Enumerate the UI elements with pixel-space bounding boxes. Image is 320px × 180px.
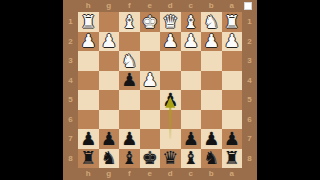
piece-black-bishop: ♝: [119, 149, 140, 169]
square-a2[interactable]: ♟: [222, 32, 243, 52]
board-squares: ♜♝♚♛♝♞♜♟♟♟♟♟♟♞♟♟♟♟♟♟♟♟♟♜♞♝♚♛♝♞♜: [78, 12, 242, 168]
file-label-e: e: [140, 168, 161, 180]
rank-label-4: 4: [242, 71, 257, 91]
video-frame: hgfedcba hgfedcba 12345678 12345678 ♜♝♚♛…: [0, 0, 320, 180]
piece-black-queen: ♛: [160, 149, 181, 169]
square-h4[interactable]: [78, 71, 99, 91]
square-g5[interactable]: [99, 90, 120, 110]
file-label-g: g: [99, 0, 120, 12]
piece-white-knight: ♞: [201, 12, 222, 32]
square-h3[interactable]: [78, 51, 99, 71]
square-c5[interactable]: [181, 90, 202, 110]
square-h2[interactable]: ♟: [78, 32, 99, 52]
square-b7[interactable]: ♟: [201, 129, 222, 149]
square-e5[interactable]: [140, 90, 161, 110]
piece-white-pawn: ♟: [78, 32, 99, 52]
square-b6[interactable]: [201, 110, 222, 130]
rank-label-8: 8: [63, 149, 78, 169]
file-label-f: f: [119, 168, 140, 180]
square-g2[interactable]: ♟: [99, 32, 120, 52]
rank-label-8: 8: [242, 149, 257, 169]
square-a5[interactable]: [222, 90, 243, 110]
piece-black-bishop: ♝: [181, 149, 202, 169]
square-g6[interactable]: [99, 110, 120, 130]
file-label-h: h: [78, 168, 99, 180]
square-f7[interactable]: ♟: [119, 129, 140, 149]
square-f4[interactable]: ♟: [119, 71, 140, 91]
piece-black-knight: ♞: [99, 149, 120, 169]
square-c3[interactable]: [181, 51, 202, 71]
square-c6[interactable]: [181, 110, 202, 130]
rank-label-1: 1: [242, 12, 257, 32]
square-a3[interactable]: [222, 51, 243, 71]
square-d5[interactable]: ♟: [160, 90, 181, 110]
piece-black-pawn: ♟: [160, 90, 181, 110]
square-b1[interactable]: ♞: [201, 12, 222, 32]
rank-label-3: 3: [242, 51, 257, 71]
square-g7[interactable]: ♟: [99, 129, 120, 149]
piece-black-pawn: ♟: [201, 129, 222, 149]
rank-label-3: 3: [63, 51, 78, 71]
piece-white-bishop: ♝: [181, 12, 202, 32]
square-d1[interactable]: ♛: [160, 12, 181, 32]
piece-black-pawn: ♟: [78, 129, 99, 149]
piece-black-rook: ♜: [78, 149, 99, 169]
square-e1[interactable]: ♚: [140, 12, 161, 32]
file-labels-bottom: hgfedcba: [78, 168, 242, 180]
piece-black-rook: ♜: [222, 149, 243, 169]
piece-black-pawn: ♟: [119, 71, 140, 91]
square-h5[interactable]: [78, 90, 99, 110]
piece-white-pawn: ♟: [201, 32, 222, 52]
file-label-g: g: [99, 168, 120, 180]
square-f8[interactable]: ♝: [119, 149, 140, 169]
piece-white-pawn: ♟: [222, 32, 243, 52]
square-a6[interactable]: [222, 110, 243, 130]
rank-label-6: 6: [63, 110, 78, 130]
square-a8[interactable]: ♜: [222, 149, 243, 169]
piece-white-pawn: ♟: [181, 32, 202, 52]
file-label-d: d: [160, 168, 181, 180]
square-c4[interactable]: [181, 71, 202, 91]
square-g8[interactable]: ♞: [99, 149, 120, 169]
piece-white-rook: ♜: [78, 12, 99, 32]
square-e3[interactable]: [140, 51, 161, 71]
piece-white-king: ♚: [140, 12, 161, 32]
square-g1[interactable]: [99, 12, 120, 32]
square-d2[interactable]: ♟: [160, 32, 181, 52]
piece-white-pawn: ♟: [140, 71, 161, 91]
square-h1[interactable]: ♜: [78, 12, 99, 32]
piece-black-knight: ♞: [201, 149, 222, 169]
rank-label-5: 5: [242, 90, 257, 110]
square-b8[interactable]: ♞: [201, 149, 222, 169]
rank-label-2: 2: [242, 32, 257, 52]
rank-label-7: 7: [63, 129, 78, 149]
piece-white-bishop: ♝: [119, 12, 140, 32]
square-h7[interactable]: ♟: [78, 129, 99, 149]
square-e8[interactable]: ♚: [140, 149, 161, 169]
square-h6[interactable]: [78, 110, 99, 130]
square-f6[interactable]: [119, 110, 140, 130]
square-d8[interactable]: ♛: [160, 149, 181, 169]
chess-board: hgfedcba hgfedcba 12345678 12345678 ♜♝♚♛…: [63, 0, 257, 180]
square-f3[interactable]: ♞: [119, 51, 140, 71]
piece-white-knight: ♞: [119, 51, 140, 71]
square-a4[interactable]: [222, 71, 243, 91]
square-a7[interactable]: ♟: [222, 129, 243, 149]
square-c8[interactable]: ♝: [181, 149, 202, 169]
rank-label-4: 4: [63, 71, 78, 91]
square-d4[interactable]: [160, 71, 181, 91]
square-g3[interactable]: [99, 51, 120, 71]
square-e4[interactable]: ♟: [140, 71, 161, 91]
square-d6[interactable]: [160, 110, 181, 130]
rank-label-6: 6: [242, 110, 257, 130]
square-f5[interactable]: [119, 90, 140, 110]
piece-black-pawn: ♟: [99, 129, 120, 149]
square-d3[interactable]: [160, 51, 181, 71]
rank-labels-right: 12345678: [242, 12, 257, 168]
file-label-a: a: [222, 168, 243, 180]
square-d7[interactable]: [160, 129, 181, 149]
piece-white-queen: ♛: [160, 12, 181, 32]
rank-label-2: 2: [63, 32, 78, 52]
square-h8[interactable]: ♜: [78, 149, 99, 169]
white-to-move-indicator: [244, 2, 252, 10]
piece-black-pawn: ♟: [181, 129, 202, 149]
piece-white-pawn: ♟: [99, 32, 120, 52]
square-b2[interactable]: ♟: [201, 32, 222, 52]
square-e2[interactable]: [140, 32, 161, 52]
square-f1[interactable]: ♝: [119, 12, 140, 32]
square-c2[interactable]: ♟: [181, 32, 202, 52]
file-label-b: b: [201, 168, 222, 180]
square-c1[interactable]: ♝: [181, 12, 202, 32]
square-e6[interactable]: [140, 110, 161, 130]
rank-label-5: 5: [63, 90, 78, 110]
piece-black-pawn: ♟: [119, 129, 140, 149]
square-b4[interactable]: [201, 71, 222, 91]
square-a1[interactable]: ♜: [222, 12, 243, 32]
piece-black-pawn: ♟: [222, 129, 243, 149]
square-b3[interactable]: [201, 51, 222, 71]
piece-black-king: ♚: [140, 149, 161, 169]
rank-label-1: 1: [63, 12, 78, 32]
rank-label-7: 7: [242, 129, 257, 149]
square-b5[interactable]: [201, 90, 222, 110]
square-c7[interactable]: ♟: [181, 129, 202, 149]
file-label-c: c: [181, 168, 202, 180]
square-f2[interactable]: [119, 32, 140, 52]
piece-white-pawn: ♟: [160, 32, 181, 52]
piece-white-rook: ♜: [222, 12, 243, 32]
rank-labels-left: 12345678: [63, 12, 78, 168]
square-e7[interactable]: [140, 129, 161, 149]
square-g4[interactable]: [99, 71, 120, 91]
